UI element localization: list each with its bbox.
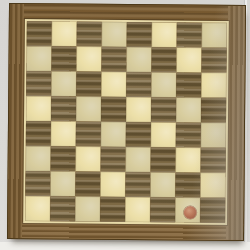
square-r2c4[interactable]: [101, 47, 126, 72]
square-r4c1[interactable]: [26, 96, 51, 121]
square-r4c2[interactable]: [51, 96, 76, 121]
floor-strip: [0, 242, 250, 250]
square-r5c5[interactable]: [126, 122, 151, 147]
square-r3c2[interactable]: [51, 71, 76, 96]
square-r4c7[interactable]: [176, 97, 201, 122]
square-r2c8[interactable]: [201, 48, 226, 73]
square-r4c8[interactable]: [201, 98, 226, 123]
square-r8c6[interactable]: [150, 197, 175, 222]
square-r5c8[interactable]: [201, 123, 226, 148]
square-r5c1[interactable]: [26, 121, 51, 146]
square-r7c8[interactable]: [200, 173, 225, 198]
square-r6c1[interactable]: [26, 146, 51, 171]
scene: [0, 0, 250, 250]
square-r5c4[interactable]: [101, 122, 126, 147]
square-r7c6[interactable]: [150, 172, 175, 197]
square-r6c5[interactable]: [126, 147, 151, 172]
square-r3c5[interactable]: [126, 72, 151, 97]
square-r8c3[interactable]: [75, 197, 100, 222]
square-r4c5[interactable]: [126, 97, 151, 122]
square-r1c2[interactable]: [52, 21, 77, 46]
square-r3c4[interactable]: [101, 72, 126, 97]
square-r6c6[interactable]: [151, 147, 176, 172]
square-r7c7[interactable]: [175, 172, 200, 197]
square-r1c4[interactable]: [102, 22, 127, 47]
square-r8c2[interactable]: [50, 196, 75, 221]
square-r2c2[interactable]: [51, 46, 76, 71]
square-r8c7[interactable]: [175, 197, 200, 222]
square-r3c7[interactable]: [176, 72, 201, 97]
square-r2c1[interactable]: [26, 46, 51, 71]
square-r6c3[interactable]: [76, 147, 101, 172]
square-r1c3[interactable]: [77, 22, 102, 47]
square-r6c7[interactable]: [176, 147, 201, 172]
square-r3c3[interactable]: [76, 72, 101, 97]
square-r4c6[interactable]: [151, 97, 176, 122]
square-r5c3[interactable]: [76, 122, 101, 147]
square-r6c2[interactable]: [51, 146, 76, 171]
square-r5c6[interactable]: [151, 122, 176, 147]
square-r8c5[interactable]: [125, 197, 150, 222]
square-r3c6[interactable]: [151, 72, 176, 97]
square-r1c6[interactable]: [152, 22, 177, 47]
square-r8c4[interactable]: [100, 197, 125, 222]
square-r6c8[interactable]: [201, 148, 226, 173]
square-r7c1[interactable]: [25, 171, 50, 196]
maker-stamp-icon: [183, 205, 196, 218]
square-r1c8[interactable]: [202, 23, 227, 48]
square-r8c8[interactable]: [200, 198, 225, 223]
square-r8c1[interactable]: [25, 196, 50, 221]
square-r5c7[interactable]: [176, 122, 201, 147]
square-r6c4[interactable]: [101, 147, 126, 172]
chessboard[interactable]: [7, 3, 246, 241]
playing-field: [23, 19, 229, 225]
square-r1c7[interactable]: [177, 22, 202, 47]
square-r7c4[interactable]: [100, 172, 125, 197]
board-frame-left: [8, 4, 24, 238]
square-r3c8[interactable]: [201, 73, 226, 98]
square-r7c5[interactable]: [125, 172, 150, 197]
board-frame-right: [226, 6, 245, 240]
square-r5c2[interactable]: [51, 121, 76, 146]
square-r7c3[interactable]: [75, 172, 100, 197]
square-r7c2[interactable]: [50, 171, 75, 196]
square-r2c6[interactable]: [151, 47, 176, 72]
square-r2c7[interactable]: [176, 47, 201, 72]
square-r3c1[interactable]: [26, 71, 51, 96]
square-r2c5[interactable]: [126, 47, 151, 72]
square-r1c5[interactable]: [127, 22, 152, 47]
square-r4c3[interactable]: [76, 97, 101, 122]
square-r2c3[interactable]: [76, 47, 101, 72]
square-r4c4[interactable]: [101, 97, 126, 122]
square-r1c1[interactable]: [27, 21, 52, 46]
